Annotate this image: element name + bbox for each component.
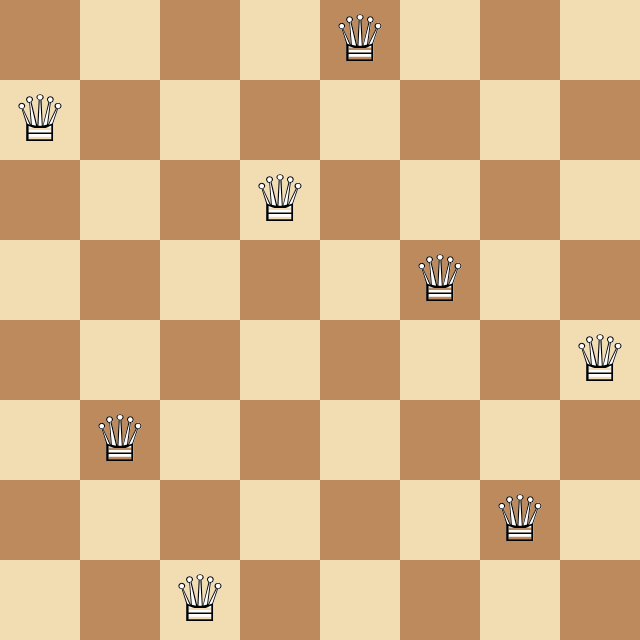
square-b6[interactable] <box>80 160 160 240</box>
white-queen-icon: ♛♕ <box>480 480 560 560</box>
square-g7[interactable] <box>480 80 560 160</box>
square-g1[interactable] <box>480 560 560 640</box>
square-h8[interactable] <box>560 0 640 80</box>
square-e5[interactable] <box>320 240 400 320</box>
square-e6[interactable] <box>320 160 400 240</box>
chessboard: ♛♕♛♕♛♕♛♕♛♕♛♕♛♕♛♕ <box>0 0 640 640</box>
square-h4[interactable]: ♛♕ <box>560 320 640 400</box>
square-a2[interactable] <box>0 480 80 560</box>
square-c6[interactable] <box>160 160 240 240</box>
square-f3[interactable] <box>400 400 480 480</box>
square-g4[interactable] <box>480 320 560 400</box>
square-f8[interactable] <box>400 0 480 80</box>
square-c3[interactable] <box>160 400 240 480</box>
square-h5[interactable] <box>560 240 640 320</box>
square-c5[interactable] <box>160 240 240 320</box>
square-a3[interactable] <box>0 400 80 480</box>
square-b4[interactable] <box>80 320 160 400</box>
square-b8[interactable] <box>80 0 160 80</box>
square-f1[interactable] <box>400 560 480 640</box>
square-a1[interactable] <box>0 560 80 640</box>
square-e7[interactable] <box>320 80 400 160</box>
square-h3[interactable] <box>560 400 640 480</box>
square-d3[interactable] <box>240 400 320 480</box>
square-f6[interactable] <box>400 160 480 240</box>
square-d1[interactable] <box>240 560 320 640</box>
square-g8[interactable] <box>480 0 560 80</box>
white-queen-icon: ♛♕ <box>320 0 400 80</box>
square-g5[interactable] <box>480 240 560 320</box>
square-d8[interactable] <box>240 0 320 80</box>
square-e2[interactable] <box>320 480 400 560</box>
square-b3[interactable]: ♛♕ <box>80 400 160 480</box>
square-d4[interactable] <box>240 320 320 400</box>
square-b5[interactable] <box>80 240 160 320</box>
white-queen-icon: ♛♕ <box>560 320 640 400</box>
square-f4[interactable] <box>400 320 480 400</box>
square-d7[interactable] <box>240 80 320 160</box>
white-queen-icon: ♛♕ <box>0 80 80 160</box>
square-e4[interactable] <box>320 320 400 400</box>
square-a7[interactable]: ♛♕ <box>0 80 80 160</box>
square-c8[interactable] <box>160 0 240 80</box>
square-c4[interactable] <box>160 320 240 400</box>
square-h2[interactable] <box>560 480 640 560</box>
square-g6[interactable] <box>480 160 560 240</box>
square-f7[interactable] <box>400 80 480 160</box>
square-d6[interactable]: ♛♕ <box>240 160 320 240</box>
white-queen-icon: ♛♕ <box>240 160 320 240</box>
square-b7[interactable] <box>80 80 160 160</box>
square-e3[interactable] <box>320 400 400 480</box>
square-h6[interactable] <box>560 160 640 240</box>
square-e8[interactable]: ♛♕ <box>320 0 400 80</box>
square-f5[interactable]: ♛♕ <box>400 240 480 320</box>
square-b1[interactable] <box>80 560 160 640</box>
square-g2[interactable]: ♛♕ <box>480 480 560 560</box>
white-queen-icon: ♛♕ <box>160 560 240 640</box>
square-d2[interactable] <box>240 480 320 560</box>
square-a5[interactable] <box>0 240 80 320</box>
square-a4[interactable] <box>0 320 80 400</box>
square-b2[interactable] <box>80 480 160 560</box>
square-c7[interactable] <box>160 80 240 160</box>
square-c2[interactable] <box>160 480 240 560</box>
white-queen-icon: ♛♕ <box>400 240 480 320</box>
square-g3[interactable] <box>480 400 560 480</box>
white-queen-icon: ♛♕ <box>80 400 160 480</box>
square-d5[interactable] <box>240 240 320 320</box>
square-a6[interactable] <box>0 160 80 240</box>
square-c1[interactable]: ♛♕ <box>160 560 240 640</box>
square-a8[interactable] <box>0 0 80 80</box>
square-e1[interactable] <box>320 560 400 640</box>
square-h1[interactable] <box>560 560 640 640</box>
square-f2[interactable] <box>400 480 480 560</box>
square-h7[interactable] <box>560 80 640 160</box>
